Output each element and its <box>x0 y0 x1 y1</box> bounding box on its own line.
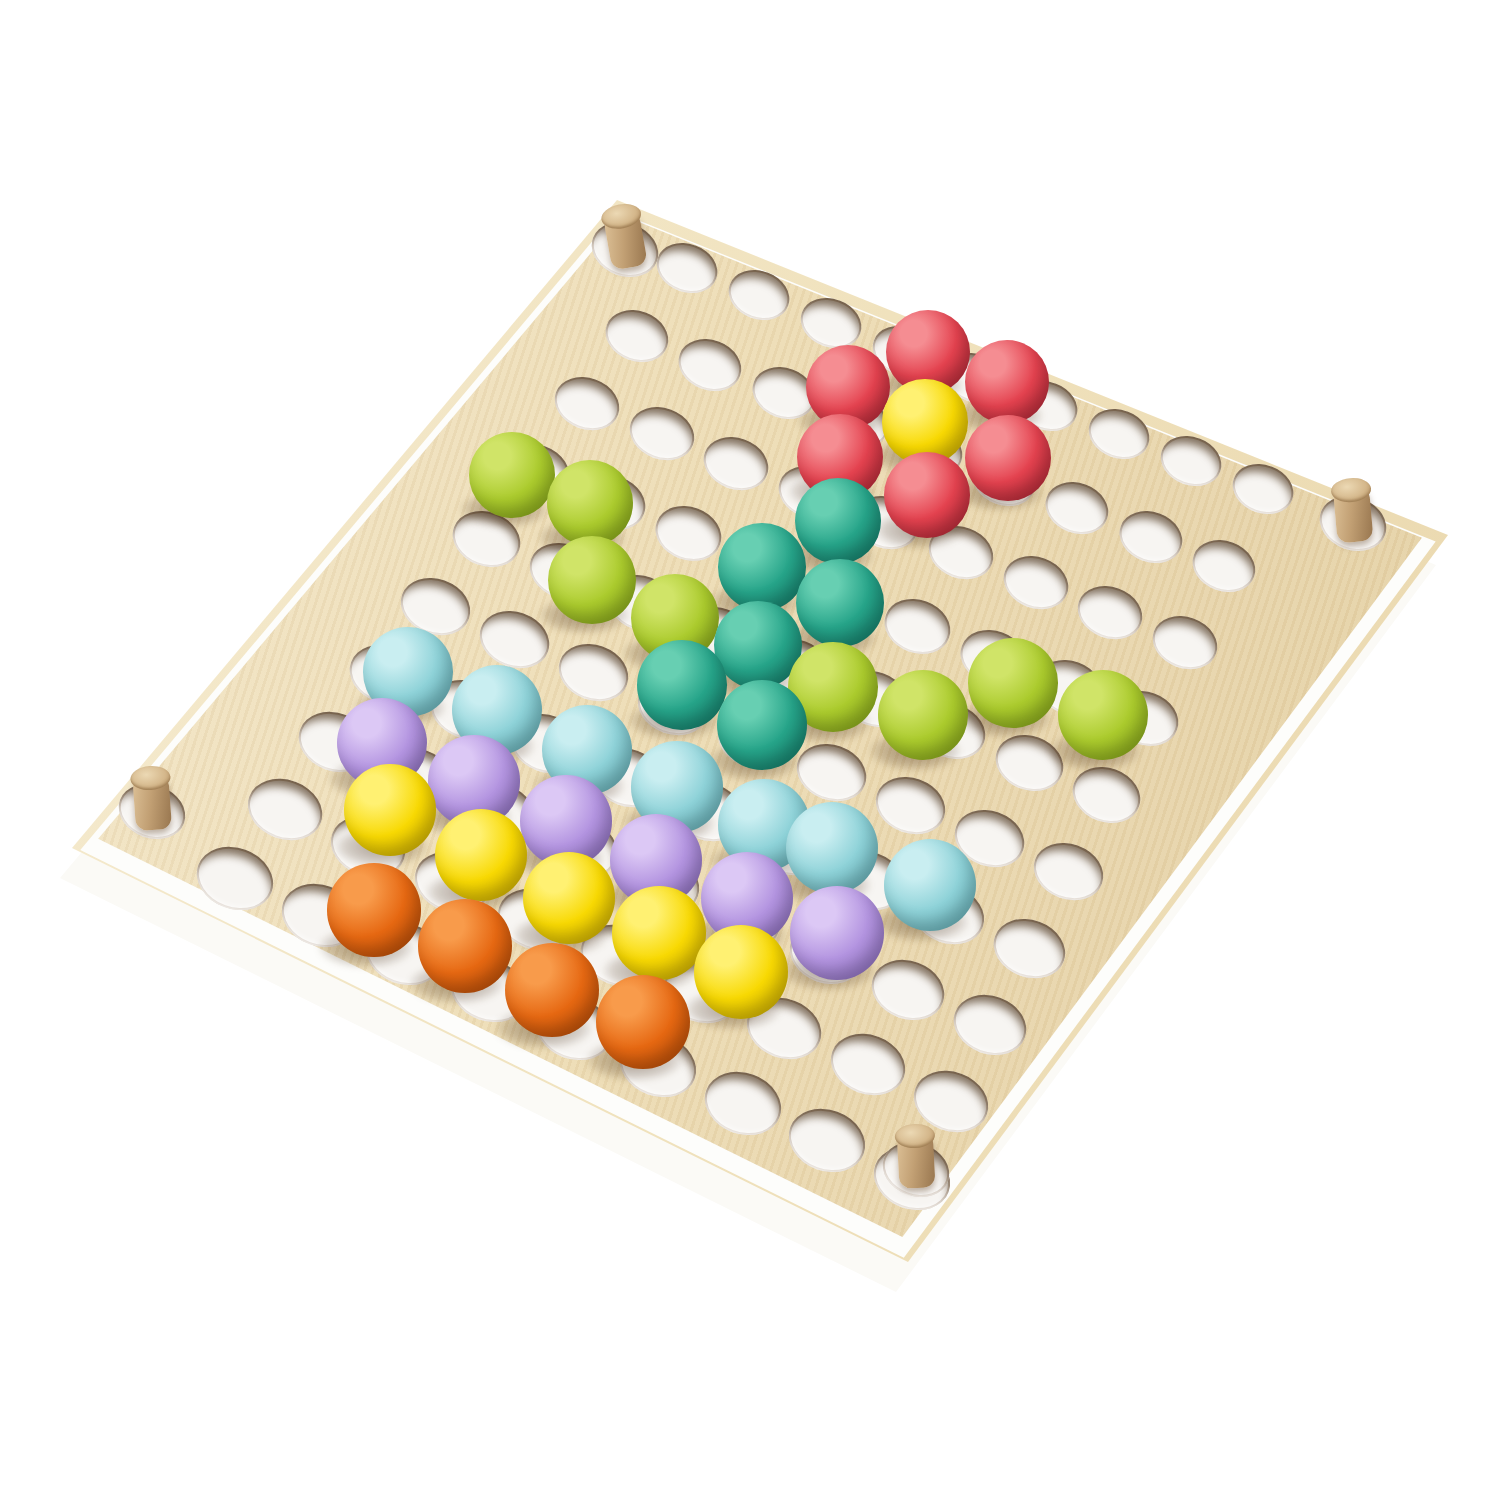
wooden-peg-top[interactable] <box>599 201 650 275</box>
mosaic-board-photo <box>0 0 1500 1500</box>
wooden-peg-left[interactable] <box>130 765 175 836</box>
wooden-peg-bottom[interactable] <box>894 1123 938 1193</box>
wooden-peg-right[interactable] <box>1330 476 1376 547</box>
pegs-layer <box>0 0 1500 1500</box>
